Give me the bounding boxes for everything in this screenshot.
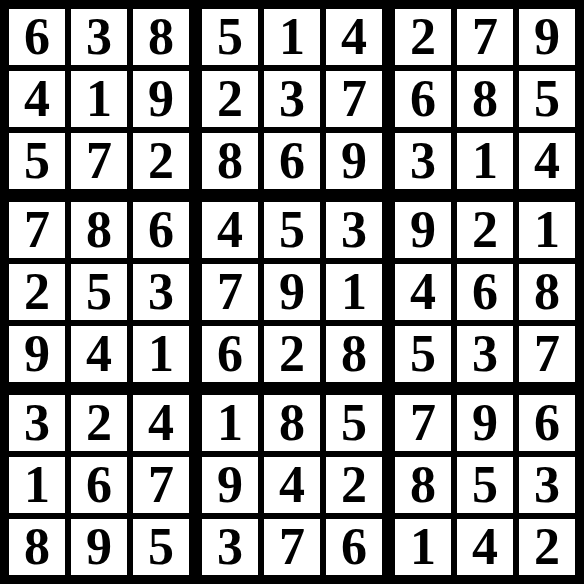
cell-r8c8[interactable]: 5 — [457, 457, 513, 513]
cell-r3c9[interactable]: 4 — [519, 133, 575, 189]
cell-r3c7[interactable]: 3 — [395, 133, 451, 189]
cell-r2c8[interactable]: 8 — [457, 71, 513, 127]
cell-r6c2[interactable]: 4 — [71, 326, 127, 382]
cell-r9c9[interactable]: 2 — [519, 519, 575, 575]
cell-r3c1[interactable]: 5 — [9, 133, 65, 189]
cell-r5c3[interactable]: 3 — [133, 264, 189, 320]
cell-r5c9[interactable]: 8 — [519, 264, 575, 320]
cell-r6c1[interactable]: 9 — [9, 326, 65, 382]
cell-r5c6[interactable]: 1 — [326, 264, 382, 320]
cell-r4c4[interactable]: 4 — [202, 202, 258, 258]
cell-r4c9[interactable]: 1 — [519, 202, 575, 258]
cell-r1c2[interactable]: 3 — [71, 9, 127, 65]
cell-r5c1[interactable]: 2 — [9, 264, 65, 320]
cell-r8c6[interactable]: 2 — [326, 457, 382, 513]
cell-r6c9[interactable]: 7 — [519, 326, 575, 382]
cell-r7c4[interactable]: 1 — [202, 395, 258, 451]
cell-r7c2[interactable]: 2 — [71, 395, 127, 451]
cell-r7c1[interactable]: 3 — [9, 395, 65, 451]
cell-r1c3[interactable]: 8 — [133, 9, 189, 65]
cell-r2c7[interactable]: 6 — [395, 71, 451, 127]
cell-r6c5[interactable]: 2 — [264, 326, 320, 382]
cell-r9c6[interactable]: 6 — [326, 519, 382, 575]
cell-r7c8[interactable]: 9 — [457, 395, 513, 451]
cell-r1c1[interactable]: 6 — [9, 9, 65, 65]
cell-r6c8[interactable]: 3 — [457, 326, 513, 382]
cell-r6c4[interactable]: 6 — [202, 326, 258, 382]
cell-r1c9[interactable]: 9 — [519, 9, 575, 65]
cell-r4c6[interactable]: 3 — [326, 202, 382, 258]
cell-r3c2[interactable]: 7 — [71, 133, 127, 189]
cell-r9c2[interactable]: 9 — [71, 519, 127, 575]
cell-r8c1[interactable]: 1 — [9, 457, 65, 513]
cell-r4c2[interactable]: 8 — [71, 202, 127, 258]
cell-r4c1[interactable]: 7 — [9, 202, 65, 258]
cell-r3c6[interactable]: 9 — [326, 133, 382, 189]
cell-r8c5[interactable]: 4 — [264, 457, 320, 513]
cell-r9c8[interactable]: 4 — [457, 519, 513, 575]
cell-r1c4[interactable]: 5 — [202, 9, 258, 65]
cell-r2c2[interactable]: 1 — [71, 71, 127, 127]
cell-r6c7[interactable]: 5 — [395, 326, 451, 382]
cell-r4c7[interactable]: 9 — [395, 202, 451, 258]
cell-r8c7[interactable]: 8 — [395, 457, 451, 513]
cell-r3c3[interactable]: 2 — [133, 133, 189, 189]
cell-r7c9[interactable]: 6 — [519, 395, 575, 451]
cell-r9c1[interactable]: 8 — [9, 519, 65, 575]
cell-r8c3[interactable]: 7 — [133, 457, 189, 513]
cell-r2c3[interactable]: 9 — [133, 71, 189, 127]
cell-r2c1[interactable]: 4 — [9, 71, 65, 127]
cell-r6c6[interactable]: 8 — [326, 326, 382, 382]
cell-r2c9[interactable]: 5 — [519, 71, 575, 127]
cell-r7c6[interactable]: 5 — [326, 395, 382, 451]
cell-r8c4[interactable]: 9 — [202, 457, 258, 513]
cell-r5c7[interactable]: 4 — [395, 264, 451, 320]
cell-r1c5[interactable]: 1 — [264, 9, 320, 65]
cell-r1c8[interactable]: 7 — [457, 9, 513, 65]
sudoku-board: 6385142794192376855728693147864539212537… — [0, 0, 584, 584]
cell-r5c5[interactable]: 9 — [264, 264, 320, 320]
cell-r6c3[interactable]: 1 — [133, 326, 189, 382]
cell-r2c5[interactable]: 3 — [264, 71, 320, 127]
cell-r8c2[interactable]: 6 — [71, 457, 127, 513]
cell-r9c3[interactable]: 5 — [133, 519, 189, 575]
cell-r4c8[interactable]: 2 — [457, 202, 513, 258]
cell-r9c5[interactable]: 7 — [264, 519, 320, 575]
cell-r3c4[interactable]: 8 — [202, 133, 258, 189]
cell-r5c4[interactable]: 7 — [202, 264, 258, 320]
cell-r3c8[interactable]: 1 — [457, 133, 513, 189]
cell-r2c4[interactable]: 2 — [202, 71, 258, 127]
cell-r4c3[interactable]: 6 — [133, 202, 189, 258]
cell-r5c2[interactable]: 5 — [71, 264, 127, 320]
cell-r7c5[interactable]: 8 — [264, 395, 320, 451]
sudoku-grid: 6385142794192376855728693147864539212537… — [9, 9, 575, 575]
cell-r1c7[interactable]: 2 — [395, 9, 451, 65]
cell-r3c5[interactable]: 6 — [264, 133, 320, 189]
cell-r9c4[interactable]: 3 — [202, 519, 258, 575]
cell-r9c7[interactable]: 1 — [395, 519, 451, 575]
cell-r4c5[interactable]: 5 — [264, 202, 320, 258]
cell-r7c3[interactable]: 4 — [133, 395, 189, 451]
cell-r2c6[interactable]: 7 — [326, 71, 382, 127]
cell-r7c7[interactable]: 7 — [395, 395, 451, 451]
cell-r8c9[interactable]: 3 — [519, 457, 575, 513]
cell-r1c6[interactable]: 4 — [326, 9, 382, 65]
cell-r5c8[interactable]: 6 — [457, 264, 513, 320]
